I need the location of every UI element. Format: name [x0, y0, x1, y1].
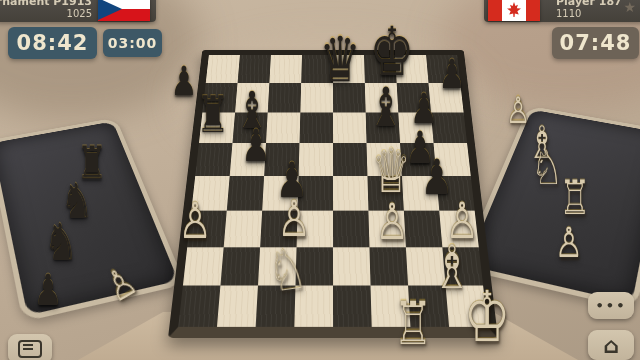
player-name-black: Player 187 — [556, 0, 622, 8]
white-clock: 08:42 — [8, 27, 97, 59]
chat-lines-icon — [18, 340, 42, 358]
favorite-star-icon: ★ — [623, 0, 636, 15]
square-c4[interactable] — [262, 176, 298, 211]
square-g1[interactable] — [408, 286, 449, 327]
square-f5[interactable] — [367, 143, 402, 176]
square-a5[interactable] — [195, 143, 232, 176]
square-c6[interactable] — [266, 112, 300, 143]
square-e5[interactable] — [333, 143, 367, 176]
game-screen: ♜♞♞♟♙♙♗♘♖♙ ♛♚♟♟♜♝♝♟♟♟♟♟♕♙♙♙♙♘♗♖♔ Tournam… — [0, 0, 640, 360]
square-c8[interactable] — [269, 55, 302, 83]
chat-button[interactable] — [8, 334, 52, 360]
square-g4[interactable] — [402, 176, 439, 211]
chess-board[interactable] — [168, 50, 498, 338]
square-f6[interactable] — [366, 112, 400, 143]
square-d2[interactable] — [295, 247, 333, 286]
square-f8[interactable] — [364, 55, 397, 83]
home-button[interactable]: ⌂ — [588, 330, 634, 360]
square-c7[interactable] — [268, 83, 301, 112]
more-options-button[interactable]: ••• — [588, 292, 634, 319]
square-h2[interactable] — [442, 247, 483, 286]
captured-pieces-tray-left — [0, 118, 185, 322]
square-d6[interactable] — [299, 112, 333, 143]
square-b7[interactable] — [235, 83, 269, 112]
square-f2[interactable] — [369, 247, 408, 286]
czech-flag-icon — [98, 0, 150, 21]
square-g2[interactable] — [406, 247, 446, 286]
square-b4[interactable] — [227, 176, 264, 211]
square-d7[interactable] — [300, 83, 333, 112]
square-a3[interactable] — [187, 210, 227, 247]
square-h4[interactable] — [436, 176, 474, 211]
square-e6[interactable] — [333, 112, 367, 143]
square-h3[interactable] — [439, 210, 479, 247]
square-b8[interactable] — [238, 55, 271, 83]
square-a1[interactable] — [178, 286, 220, 327]
square-h6[interactable] — [431, 112, 467, 143]
square-c5[interactable] — [264, 143, 299, 176]
square-a7[interactable] — [202, 83, 237, 112]
square-a4[interactable] — [191, 176, 229, 211]
square-g3[interactable] — [404, 210, 442, 247]
square-b5[interactable] — [230, 143, 266, 176]
player-rating-white: 1025 — [67, 8, 92, 19]
square-e8[interactable] — [333, 55, 365, 83]
square-f3[interactable] — [368, 210, 405, 247]
player-name-white: Tournament P1913 — [0, 0, 92, 8]
square-d4[interactable] — [298, 176, 333, 211]
square-a2[interactable] — [183, 247, 224, 286]
square-e3[interactable] — [333, 210, 369, 247]
square-f1[interactable] — [371, 286, 411, 327]
square-e4[interactable] — [333, 176, 368, 211]
square-h7[interactable] — [428, 83, 463, 112]
square-h8[interactable] — [426, 55, 460, 83]
player-card-white[interactable]: Tournament P1913 1025 — [0, 0, 156, 22]
player-rating-black: 1110 — [556, 8, 581, 19]
square-b3[interactable] — [224, 210, 262, 247]
home-icon: ⌂ — [603, 333, 619, 358]
square-c2[interactable] — [258, 247, 297, 286]
square-d8[interactable] — [301, 55, 333, 83]
square-h5[interactable] — [434, 143, 471, 176]
square-g7[interactable] — [397, 83, 431, 112]
square-a8[interactable] — [206, 55, 240, 83]
square-b6[interactable] — [232, 112, 267, 143]
square-d1[interactable] — [294, 286, 333, 327]
square-f7[interactable] — [365, 83, 398, 112]
square-d5[interactable] — [299, 143, 333, 176]
square-b2[interactable] — [220, 247, 260, 286]
square-c1[interactable] — [256, 286, 296, 327]
square-g6[interactable] — [398, 112, 433, 143]
square-e1[interactable] — [333, 286, 372, 327]
maple-leaf-icon — [507, 2, 521, 17]
square-e7[interactable] — [333, 83, 366, 112]
move-timer: 03:00 — [103, 29, 162, 57]
square-c3[interactable] — [260, 210, 297, 247]
square-f4[interactable] — [367, 176, 403, 211]
player-card-black[interactable]: Player 187 1110 ★ — [484, 0, 640, 22]
square-e2[interactable] — [333, 247, 371, 286]
square-b1[interactable] — [217, 286, 258, 327]
black-clock: 07:48 — [552, 27, 639, 59]
square-h1[interactable] — [446, 286, 488, 327]
square-g8[interactable] — [395, 55, 428, 83]
square-a6[interactable] — [199, 112, 235, 143]
canada-flag-icon — [488, 0, 540, 21]
square-g5[interactable] — [400, 143, 436, 176]
square-d3[interactable] — [297, 210, 333, 247]
